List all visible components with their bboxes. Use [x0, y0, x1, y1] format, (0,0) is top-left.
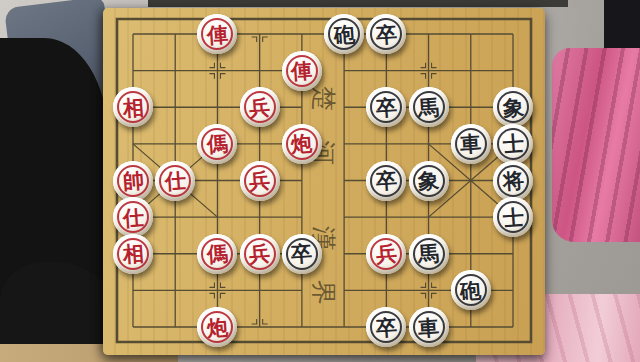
piece-character: 馬 — [417, 96, 439, 118]
piece-red-horse-1[interactable]: 傌 — [197, 124, 237, 164]
piece-character: 相 — [122, 96, 144, 118]
piece-character: 卒 — [375, 23, 397, 45]
piece-red-advisor-2[interactable]: 仕 — [113, 197, 153, 237]
piece-red-cannon-1[interactable]: 炮 — [282, 124, 322, 164]
piece-black-elephant-1[interactable]: 象 — [493, 87, 533, 127]
piece-character: 車 — [460, 133, 482, 155]
piece-character: 俥 — [206, 23, 228, 45]
piece-red-soldier-1[interactable]: 兵 — [240, 87, 280, 127]
piece-character: 卒 — [375, 169, 397, 191]
piece-black-soldier-2[interactable]: 卒 — [366, 87, 406, 127]
piece-black-cannon-1[interactable]: 砲 — [324, 14, 364, 54]
piece-character: 兵 — [375, 243, 397, 265]
piece-character: 卒 — [375, 316, 397, 338]
piece-black-advisor-1[interactable]: 士 — [493, 124, 533, 164]
piece-character: 傌 — [206, 133, 228, 155]
piece-red-cannon-2[interactable]: 炮 — [197, 307, 237, 347]
piece-character: 相 — [122, 243, 144, 265]
piece-black-horse-2[interactable]: 馬 — [409, 234, 449, 274]
piece-character: 士 — [502, 206, 524, 228]
piece-black-soldier-1[interactable]: 卒 — [366, 14, 406, 54]
piece-red-soldier-4[interactable]: 兵 — [366, 234, 406, 274]
piece-character: 傌 — [206, 243, 228, 265]
pieces-layer: 俥俥相兵傌炮帥仕兵仕相傌兵兵炮砲卒卒馬象車士卒象将士卒馬砲卒車 — [0, 0, 640, 362]
piece-red-chariot-2[interactable]: 俥 — [282, 51, 322, 91]
piece-character: 士 — [502, 133, 524, 155]
piece-black-chariot-1[interactable]: 車 — [451, 124, 491, 164]
piece-black-advisor-2[interactable]: 士 — [493, 197, 533, 237]
piece-character: 象 — [417, 169, 439, 191]
piece-red-chariot-1[interactable]: 俥 — [197, 14, 237, 54]
piece-black-soldier-4[interactable]: 卒 — [282, 234, 322, 274]
piece-character: 俥 — [291, 59, 313, 81]
piece-black-horse-1[interactable]: 馬 — [409, 87, 449, 127]
piece-red-advisor-1[interactable]: 仕 — [155, 161, 195, 201]
piece-character: 馬 — [417, 243, 439, 265]
piece-black-general[interactable]: 将 — [493, 161, 533, 201]
piece-character: 卒 — [291, 243, 313, 265]
piece-character: 砲 — [333, 23, 355, 45]
piece-character: 帥 — [122, 169, 144, 191]
piece-character: 兵 — [248, 243, 270, 265]
piece-character: 仕 — [164, 169, 186, 191]
piece-red-general[interactable]: 帥 — [113, 161, 153, 201]
piece-red-elephant-2[interactable]: 相 — [113, 234, 153, 274]
piece-black-soldier-3[interactable]: 卒 — [366, 161, 406, 201]
piece-character: 将 — [502, 169, 524, 191]
piece-red-horse-2[interactable]: 傌 — [197, 234, 237, 274]
piece-red-soldier-3[interactable]: 兵 — [240, 234, 280, 274]
piece-character: 卒 — [375, 96, 397, 118]
piece-red-soldier-2[interactable]: 兵 — [240, 161, 280, 201]
piece-character: 炮 — [206, 316, 228, 338]
piece-black-cannon-2[interactable]: 砲 — [451, 270, 491, 310]
piece-red-elephant-1[interactable]: 相 — [113, 87, 153, 127]
piece-character: 兵 — [248, 169, 270, 191]
piece-character: 車 — [417, 316, 439, 338]
piece-character: 兵 — [248, 96, 270, 118]
piece-black-chariot-2[interactable]: 車 — [409, 307, 449, 347]
piece-character: 炮 — [291, 133, 313, 155]
piece-character: 象 — [502, 96, 524, 118]
piece-black-elephant-2[interactable]: 象 — [409, 161, 449, 201]
piece-character: 砲 — [460, 279, 482, 301]
piece-character: 仕 — [122, 206, 144, 228]
piece-black-soldier-5[interactable]: 卒 — [366, 307, 406, 347]
scene: 楚 河 漢 界 俥俥相兵傌炮帥仕兵仕相傌兵兵炮砲卒卒馬象車士卒象将士卒馬砲卒車 — [0, 0, 640, 362]
